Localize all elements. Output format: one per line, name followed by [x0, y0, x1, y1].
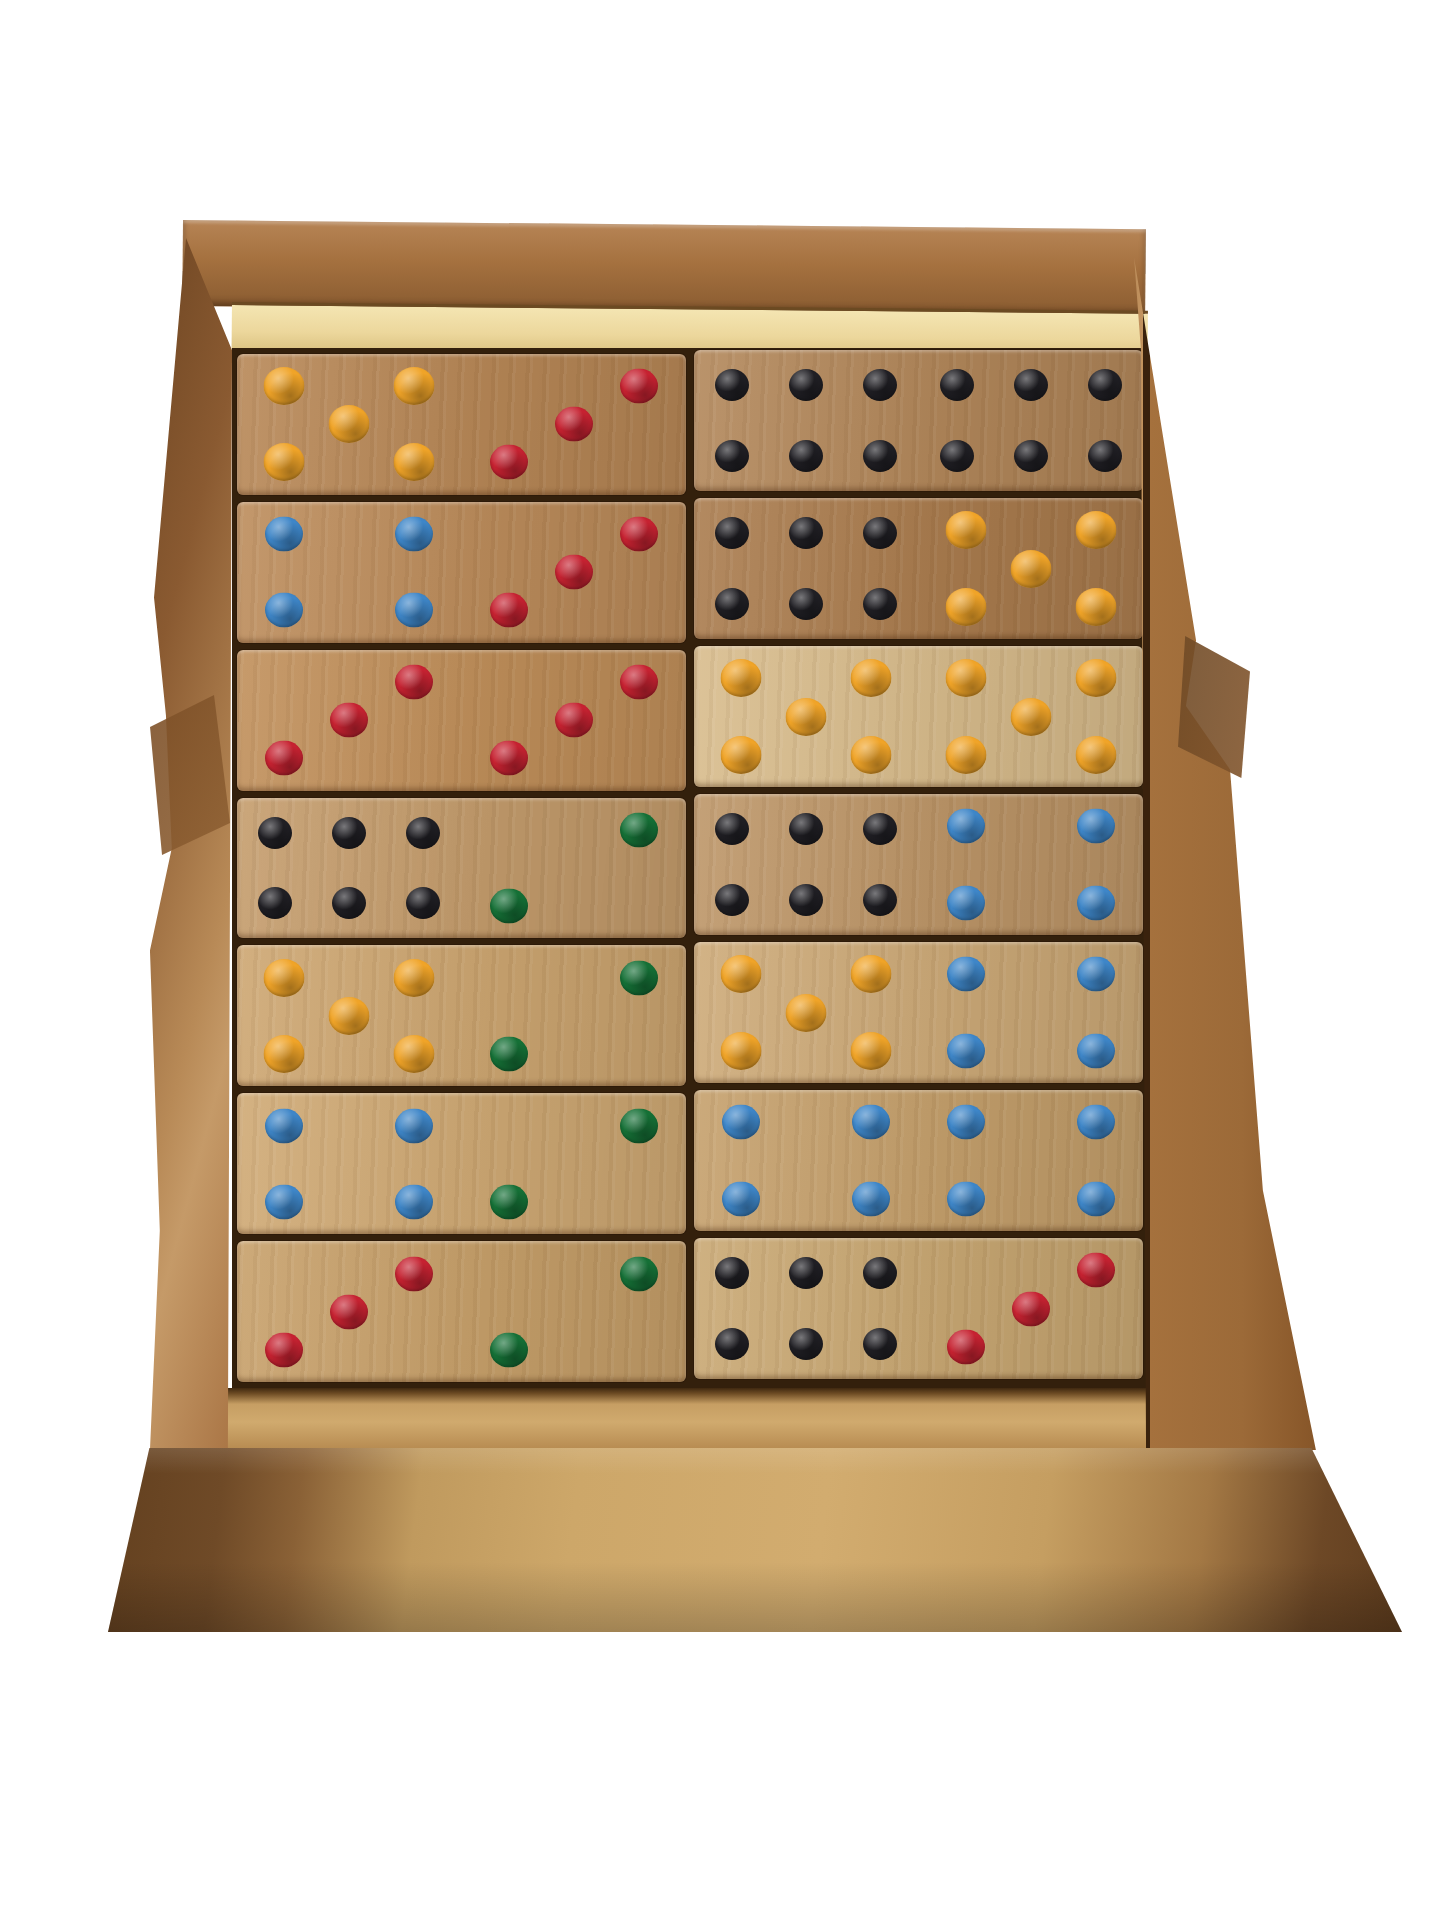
blue-pip [265, 517, 303, 552]
blue-pip [1077, 809, 1115, 844]
blue-pip [947, 809, 985, 844]
red-pip [555, 555, 593, 590]
domino-half [694, 350, 919, 491]
domino-5-4 [694, 942, 1143, 1083]
domino-half [237, 1241, 462, 1382]
domino-half [919, 794, 1144, 935]
black-pip [789, 1328, 823, 1360]
red-pip [330, 1294, 368, 1329]
green-pip [620, 812, 658, 847]
domino-half [462, 1093, 687, 1234]
yellow-pip [394, 959, 435, 997]
domino-tray [232, 348, 1148, 1388]
yellow-pip [394, 1035, 435, 1073]
black-pip [715, 369, 749, 401]
yellow-pip [721, 1032, 762, 1070]
domino-half [462, 945, 687, 1086]
black-pip [789, 813, 823, 845]
domino-half [694, 646, 919, 787]
red-pip [1012, 1291, 1050, 1326]
domino-half [919, 1238, 1144, 1379]
red-pip [555, 703, 593, 738]
domino-5-3 [237, 354, 686, 495]
yellow-pip [264, 1035, 305, 1073]
black-pip [715, 813, 749, 845]
black-pip [715, 884, 749, 916]
domino-half [919, 1090, 1144, 1231]
domino-half [694, 498, 919, 639]
domino-half [919, 498, 1144, 639]
box-right-wall [1128, 254, 1318, 1450]
yellow-pip [264, 367, 305, 405]
black-pip [715, 1257, 749, 1289]
blue-pip [947, 1181, 985, 1216]
domino-half [919, 350, 1144, 491]
blue-pip [722, 1105, 760, 1140]
domino-half [462, 502, 687, 643]
black-pip [863, 369, 897, 401]
yellow-pip [721, 736, 762, 774]
domino-6-4 [694, 794, 1143, 935]
blue-pip [1077, 1033, 1115, 1068]
blue-pip [1077, 1181, 1115, 1216]
yellow-pip [786, 994, 827, 1032]
blue-pip [265, 593, 303, 628]
yellow-pip [264, 443, 305, 481]
black-pip [789, 369, 823, 401]
green-pip [620, 1256, 658, 1291]
yellow-pip [1075, 588, 1116, 626]
black-pip [715, 588, 749, 620]
black-pip [863, 1257, 897, 1289]
green-pip [620, 1108, 658, 1143]
domino-5-2 [237, 945, 686, 1086]
domino-6-5 [694, 498, 1143, 639]
blue-pip [1077, 885, 1115, 920]
domino-half [462, 354, 687, 495]
black-pip [789, 440, 823, 472]
yellow-pip [851, 1032, 892, 1070]
blue-pip [1077, 957, 1115, 992]
blue-pip [395, 517, 433, 552]
yellow-pip [721, 659, 762, 697]
domino-half [237, 945, 462, 1086]
yellow-pip [329, 997, 370, 1035]
domino-half [462, 1241, 687, 1382]
yellow-pip [786, 698, 827, 736]
black-pip [332, 817, 366, 849]
box-front-wall [108, 1448, 1402, 1632]
domino-half [694, 1090, 919, 1231]
green-pip [490, 889, 528, 924]
domino-4-4 [694, 1090, 1143, 1231]
black-pip [863, 884, 897, 916]
domino-half [919, 942, 1144, 1083]
domino-half [462, 798, 687, 939]
blue-pip [947, 1105, 985, 1140]
black-pip [406, 817, 440, 849]
blue-pip [852, 1105, 890, 1140]
blue-pip [395, 593, 433, 628]
domino-6-2 [237, 798, 686, 939]
yellow-pip [394, 443, 435, 481]
yellow-pip [1075, 736, 1116, 774]
red-pip [620, 665, 658, 700]
green-pip [490, 1036, 528, 1071]
black-pip [863, 813, 897, 845]
red-pip [947, 1329, 985, 1364]
black-pip [715, 440, 749, 472]
red-pip [620, 369, 658, 404]
red-pip [395, 665, 433, 700]
black-pip [1014, 440, 1048, 472]
black-pip [715, 517, 749, 549]
domino-half [694, 942, 919, 1083]
yellow-pip [945, 659, 986, 697]
domino-half [919, 646, 1144, 787]
domino-half [237, 502, 462, 643]
domino-half [694, 794, 919, 935]
black-pip [940, 369, 974, 401]
black-pip [863, 517, 897, 549]
tray-column-left [237, 354, 686, 1382]
red-pip [555, 407, 593, 442]
black-pip [258, 817, 292, 849]
tray-column-right [694, 350, 1143, 1382]
red-pip [620, 517, 658, 552]
box-left-wall [146, 232, 238, 1450]
black-pip [258, 887, 292, 919]
box-front-ledge [226, 1388, 1272, 1450]
black-pip [1014, 369, 1048, 401]
yellow-pip [721, 955, 762, 993]
yellow-pip [329, 405, 370, 443]
black-pip [332, 887, 366, 919]
yellow-pip [394, 367, 435, 405]
domino-half [237, 1093, 462, 1234]
domino-3-3 [237, 650, 686, 791]
domino-half [462, 650, 687, 791]
domino-6-6 [694, 350, 1143, 491]
blue-pip [1077, 1105, 1115, 1140]
red-pip [490, 593, 528, 628]
blue-pip [722, 1181, 760, 1216]
red-pip [395, 1256, 433, 1291]
yellow-pip [851, 736, 892, 774]
box-back-wall [182, 220, 1146, 315]
black-pip [715, 1328, 749, 1360]
domino-3-2 [237, 1241, 686, 1382]
yellow-pip [851, 659, 892, 697]
blue-pip [947, 1033, 985, 1068]
black-pip [789, 517, 823, 549]
black-pip [1088, 440, 1122, 472]
black-pip [789, 1257, 823, 1289]
red-pip [265, 741, 303, 776]
yellow-pip [945, 588, 986, 626]
red-pip [1077, 1253, 1115, 1288]
black-pip [863, 588, 897, 620]
black-pip [863, 1328, 897, 1360]
green-pip [490, 1184, 528, 1219]
black-pip [863, 440, 897, 472]
yellow-pip [945, 736, 986, 774]
domino-half [237, 354, 462, 495]
yellow-pip [1010, 698, 1051, 736]
yellow-pip [945, 511, 986, 549]
green-pip [620, 960, 658, 995]
domino-half [694, 1238, 919, 1379]
blue-pip [395, 1184, 433, 1219]
black-pip [789, 884, 823, 916]
red-pip [490, 741, 528, 776]
domino-4-2 [237, 1093, 686, 1234]
blue-pip [852, 1181, 890, 1216]
blue-pip [265, 1108, 303, 1143]
domino-6-3 [694, 1238, 1143, 1379]
yellow-pip [851, 955, 892, 993]
domino-4-3 [237, 502, 686, 643]
yellow-pip [1075, 511, 1116, 549]
domino-half [237, 798, 462, 939]
domino-half [237, 650, 462, 791]
photo-scene [0, 0, 1445, 1926]
blue-pip [265, 1184, 303, 1219]
red-pip [490, 445, 528, 480]
black-pip [406, 887, 440, 919]
blue-pip [947, 957, 985, 992]
yellow-pip [1010, 550, 1051, 588]
yellow-pip [1075, 659, 1116, 697]
black-pip [1088, 369, 1122, 401]
black-pip [940, 440, 974, 472]
red-pip [265, 1332, 303, 1367]
black-pip [789, 588, 823, 620]
domino-box [0, 0, 1445, 1926]
domino-5-5 [694, 646, 1143, 787]
red-pip [330, 703, 368, 738]
blue-pip [395, 1108, 433, 1143]
yellow-pip [264, 959, 305, 997]
blue-pip [947, 885, 985, 920]
green-pip [490, 1332, 528, 1367]
